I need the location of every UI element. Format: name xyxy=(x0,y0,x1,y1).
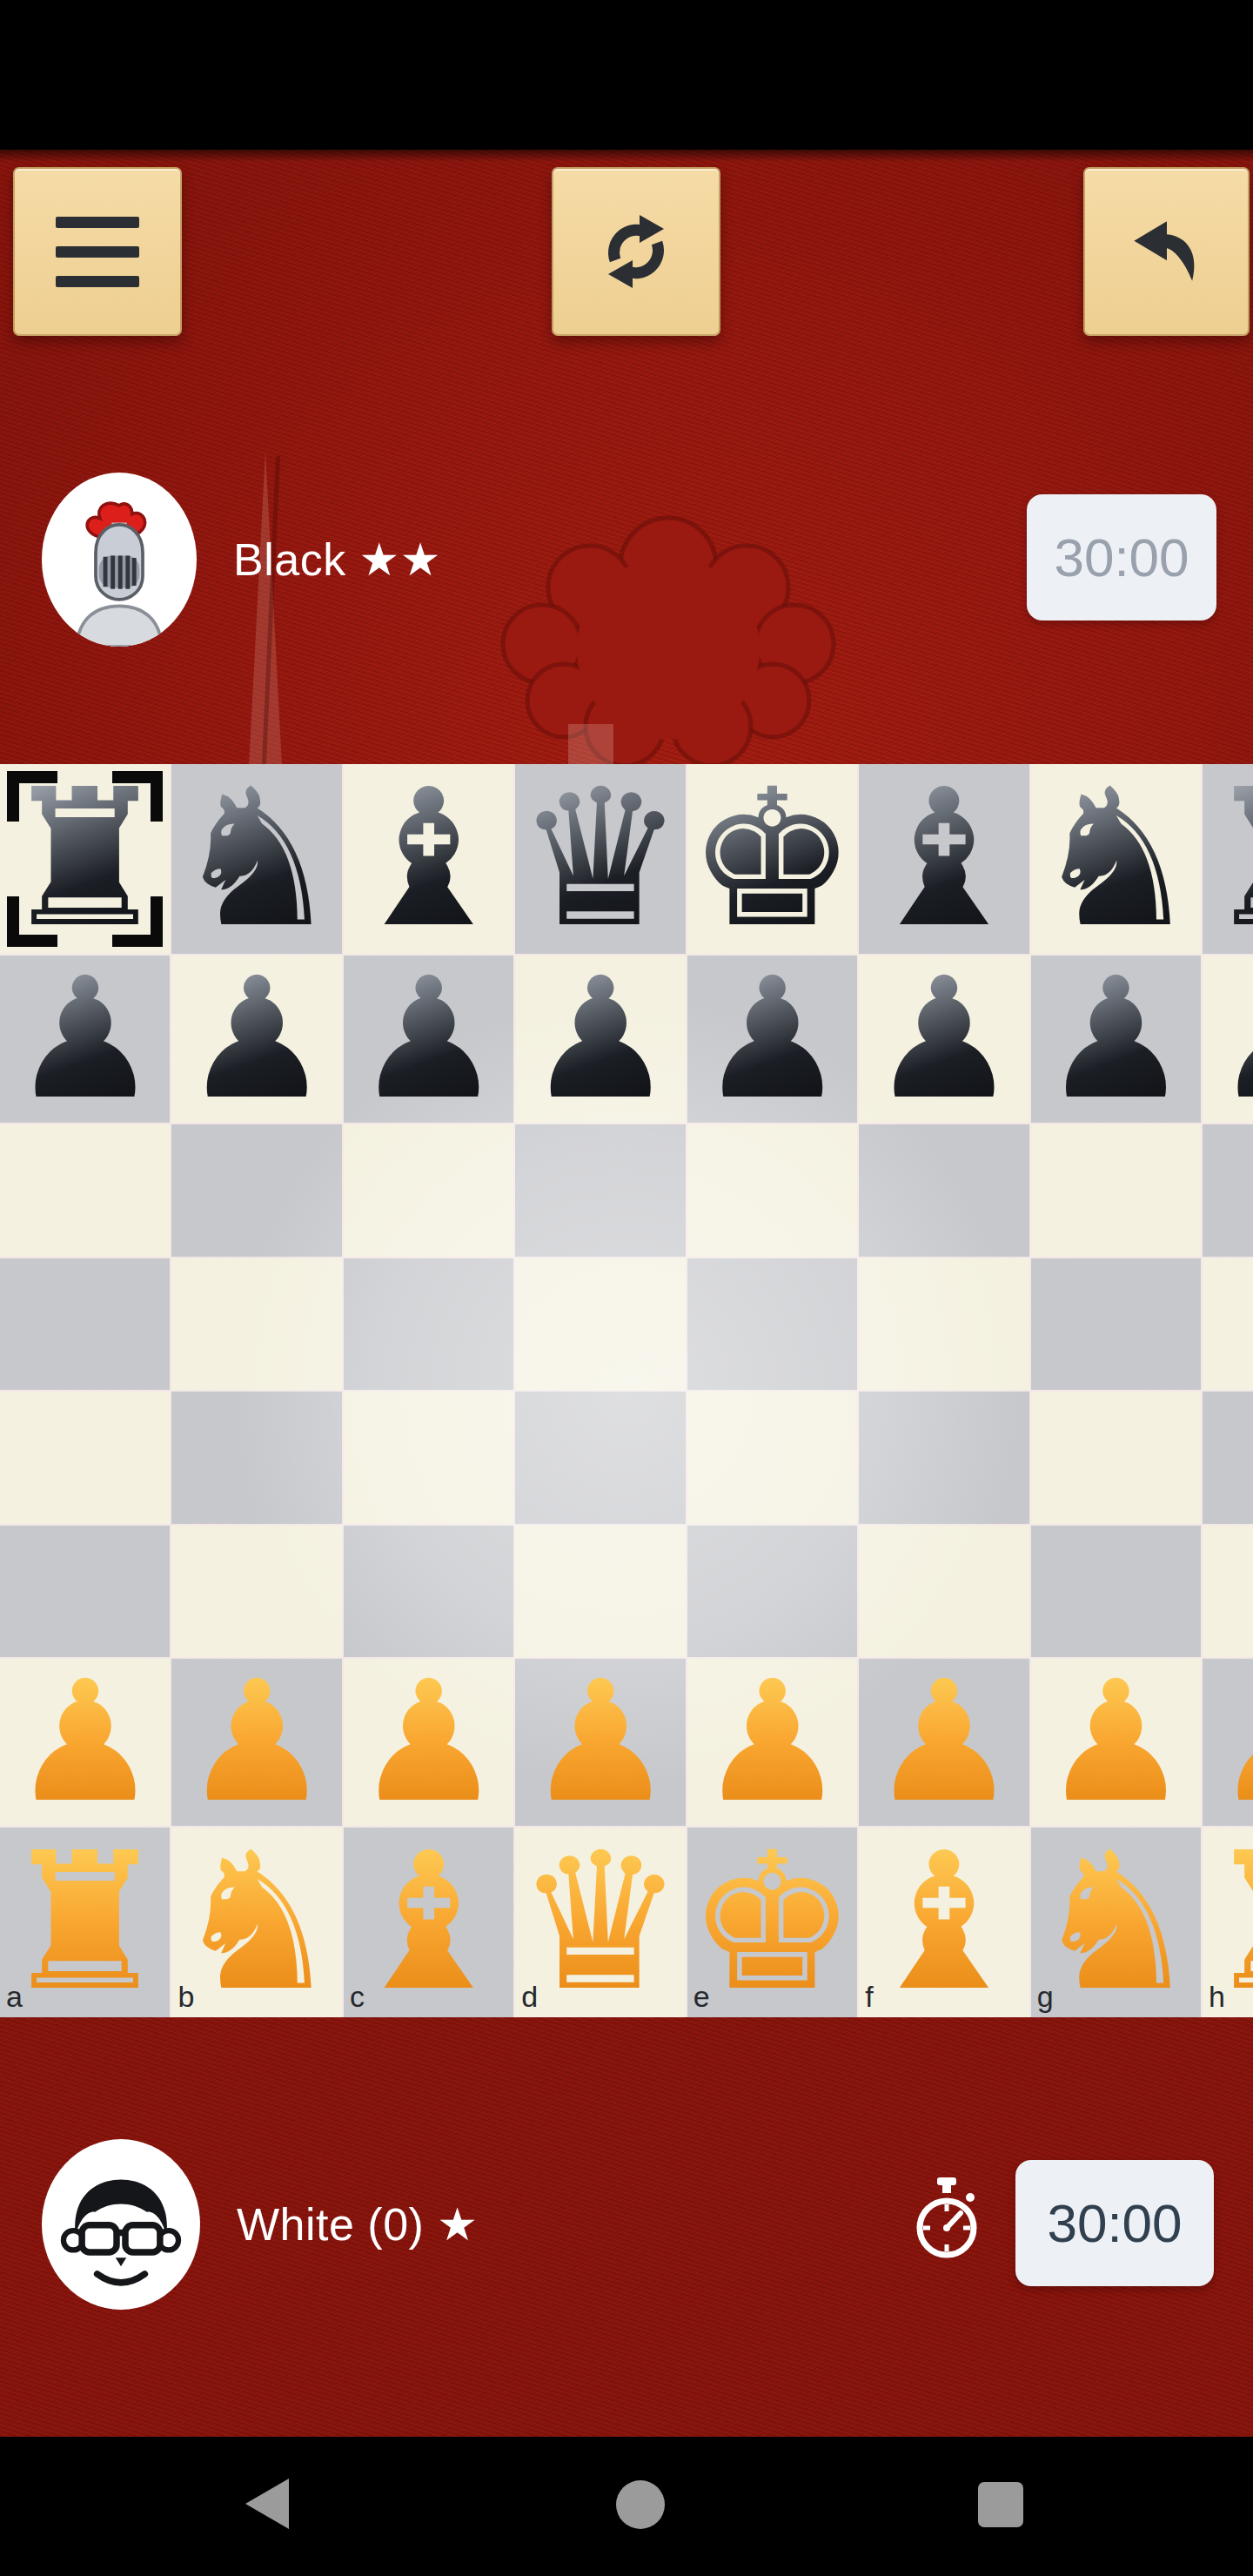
square-d3[interactable] xyxy=(515,1526,685,1658)
square-g6[interactable] xyxy=(1031,1124,1201,1257)
square-d4[interactable] xyxy=(515,1392,685,1524)
square-f5[interactable] xyxy=(859,1258,1029,1391)
chess-board: ♜♞♝♛♚♝♞♜8♟♟♟♟♟♟♟♟76543♟♟♟♟♟♟♟♟2♜a♞b♝c♛d♚… xyxy=(0,764,1253,2017)
square-e1[interactable]: ♚e xyxy=(687,1828,857,2017)
black-queen[interactable]: ♛ xyxy=(515,764,685,954)
file-label-b: b xyxy=(178,1980,194,2014)
file-label-f: f xyxy=(865,1980,873,2014)
square-c8[interactable]: ♝ xyxy=(344,764,513,954)
square-f6[interactable] xyxy=(859,1124,1029,1257)
nerd-face-avatar-icon xyxy=(53,2169,189,2310)
square-a3[interactable] xyxy=(0,1526,170,1658)
black-pawn[interactable]: ♟ xyxy=(526,956,675,1123)
chess-app-screen: Black ★★ 30:00 ♜♞♝♛♚♝♞♜8♟♟♟♟♟♟♟♟76543♟♟♟… xyxy=(0,150,1253,2437)
square-d7[interactable]: ♟ xyxy=(515,956,685,1123)
square-c2[interactable]: ♟ xyxy=(344,1659,513,1826)
stopwatch-icon xyxy=(912,2172,982,2270)
white-king[interactable]: ♚ xyxy=(687,1828,857,2017)
white-rook[interactable]: ♜ xyxy=(0,1828,170,2017)
white-player-label: White (0) ★ xyxy=(237,2198,478,2251)
flip-board-button[interactable] xyxy=(552,167,720,336)
android-nav-bar xyxy=(0,2437,1253,2576)
menu-button[interactable] xyxy=(13,167,182,336)
white-pawn[interactable]: ♟ xyxy=(1041,1659,1190,1826)
square-e8[interactable]: ♚ xyxy=(687,764,857,954)
sync-arrows-icon xyxy=(591,208,681,295)
status-bar xyxy=(0,0,1253,150)
square-b7[interactable]: ♟ xyxy=(171,956,341,1123)
black-rook[interactable]: ♜ xyxy=(1203,764,1253,954)
square-e4[interactable] xyxy=(687,1392,857,1524)
black-knight[interactable]: ♞ xyxy=(1031,764,1201,954)
square-a7[interactable]: ♟ xyxy=(0,956,170,1123)
file-label-h: h xyxy=(1209,1980,1225,2014)
square-f4[interactable] xyxy=(859,1392,1029,1524)
square-c4[interactable] xyxy=(344,1392,513,1524)
undo-arrow-icon xyxy=(1122,211,1211,292)
back-triangle-icon[interactable] xyxy=(245,2479,289,2529)
white-pawn[interactable]: ♟ xyxy=(1213,1659,1253,1826)
white-pawn[interactable]: ♟ xyxy=(10,1659,160,1826)
black-player-label: Black ★★ xyxy=(233,533,441,586)
black-knight[interactable]: ♞ xyxy=(171,764,341,954)
square-a2[interactable]: ♟ xyxy=(0,1659,170,1826)
square-f8[interactable]: ♝ xyxy=(859,764,1029,954)
black-pawn[interactable]: ♟ xyxy=(869,956,1019,1123)
square-g3[interactable] xyxy=(1031,1526,1201,1658)
black-bishop[interactable]: ♝ xyxy=(344,764,513,954)
square-b1[interactable]: ♞b xyxy=(171,1828,341,2017)
square-e2[interactable]: ♟ xyxy=(687,1659,857,1826)
square-b4[interactable] xyxy=(171,1392,341,1524)
black-pawn[interactable]: ♟ xyxy=(1041,956,1190,1123)
square-h7[interactable]: ♟7 xyxy=(1203,956,1253,1123)
black-bishop[interactable]: ♝ xyxy=(859,764,1029,954)
square-g5[interactable] xyxy=(1031,1258,1201,1391)
square-g7[interactable]: ♟ xyxy=(1031,956,1201,1123)
white-pawn[interactable]: ♟ xyxy=(182,1659,332,1826)
square-b8[interactable]: ♞ xyxy=(171,764,341,954)
recents-square-icon[interactable] xyxy=(978,2482,1023,2527)
white-knight[interactable]: ♞ xyxy=(1031,1828,1201,2017)
hamburger-menu-icon xyxy=(56,217,139,287)
square-b6[interactable] xyxy=(171,1124,341,1257)
square-h6[interactable]: 6 xyxy=(1203,1124,1253,1257)
selected-square-brackets xyxy=(7,771,163,947)
black-pawn[interactable]: ♟ xyxy=(1213,956,1253,1123)
square-c5[interactable] xyxy=(344,1258,513,1391)
black-clock-time: 30:00 xyxy=(1054,527,1189,588)
black-pawn[interactable]: ♟ xyxy=(697,956,847,1123)
white-bishop[interactable]: ♝ xyxy=(344,1828,513,2017)
square-e7[interactable]: ♟ xyxy=(687,956,857,1123)
square-c6[interactable] xyxy=(344,1124,513,1257)
white-clock-time: 30:00 xyxy=(1047,2192,1182,2254)
square-c3[interactable] xyxy=(344,1526,513,1658)
square-a8[interactable]: ♜ xyxy=(0,764,170,954)
white-knight[interactable]: ♞ xyxy=(171,1828,341,2017)
square-h1[interactable]: ♜1h xyxy=(1203,1828,1253,2017)
square-b2[interactable]: ♟ xyxy=(171,1659,341,1826)
home-circle-icon[interactable] xyxy=(616,2480,665,2529)
square-a4[interactable] xyxy=(0,1392,170,1524)
square-b3[interactable] xyxy=(171,1526,341,1658)
knight-helmet-avatar-icon xyxy=(54,497,184,647)
square-g1[interactable]: ♞g xyxy=(1031,1828,1201,2017)
file-label-d: d xyxy=(521,1980,538,2014)
square-e5[interactable] xyxy=(687,1258,857,1391)
white-pawn[interactable]: ♟ xyxy=(869,1659,1019,1826)
black-pawn[interactable]: ♟ xyxy=(10,956,160,1123)
square-a6[interactable] xyxy=(0,1124,170,1257)
square-f3[interactable] xyxy=(859,1526,1029,1658)
square-f2[interactable]: ♟ xyxy=(859,1659,1029,1826)
white-queen[interactable]: ♛ xyxy=(515,1828,685,2017)
square-c1[interactable]: ♝c xyxy=(344,1828,513,2017)
black-clock: 30:00 xyxy=(1027,494,1216,621)
undo-button[interactable] xyxy=(1083,167,1250,336)
white-pawn[interactable]: ♟ xyxy=(354,1659,504,1826)
square-h8[interactable]: ♜8 xyxy=(1203,764,1253,954)
white-clock: 30:00 xyxy=(1015,2160,1214,2286)
square-d2[interactable]: ♟ xyxy=(515,1659,685,1826)
square-h3[interactable]: 3 xyxy=(1203,1526,1253,1658)
square-h2[interactable]: ♟2 xyxy=(1203,1659,1253,1826)
file-label-e: e xyxy=(694,1980,710,2014)
file-label-g: g xyxy=(1037,1980,1054,2014)
square-d5[interactable] xyxy=(515,1258,685,1391)
square-f7[interactable]: ♟ xyxy=(859,956,1029,1123)
white-player-avatar xyxy=(42,2139,200,2310)
square-g4[interactable] xyxy=(1031,1392,1201,1524)
square-d1[interactable]: ♛d xyxy=(515,1828,685,2017)
square-a5[interactable] xyxy=(0,1258,170,1391)
black-pawn[interactable]: ♟ xyxy=(182,956,332,1123)
white-pawn[interactable]: ♟ xyxy=(526,1659,675,1826)
square-f1[interactable]: ♝f xyxy=(859,1828,1029,2017)
file-label-c: c xyxy=(350,1980,365,2014)
square-d8[interactable]: ♛ xyxy=(515,764,685,954)
square-h5[interactable]: 5 xyxy=(1203,1258,1253,1391)
square-e6[interactable] xyxy=(687,1124,857,1257)
file-label-a: a xyxy=(6,1980,23,2014)
black-pawn[interactable]: ♟ xyxy=(354,956,504,1123)
square-g8[interactable]: ♞ xyxy=(1031,764,1201,954)
black-player-avatar xyxy=(42,473,197,647)
black-king[interactable]: ♚ xyxy=(687,764,857,954)
square-d6[interactable] xyxy=(515,1124,685,1257)
square-e3[interactable] xyxy=(687,1526,857,1658)
square-h4[interactable]: 4 xyxy=(1203,1392,1253,1524)
square-a1[interactable]: ♜a xyxy=(0,1828,170,2017)
square-g2[interactable]: ♟ xyxy=(1031,1659,1201,1826)
white-pawn[interactable]: ♟ xyxy=(697,1659,847,1826)
square-b5[interactable] xyxy=(171,1258,341,1391)
white-bishop[interactable]: ♝ xyxy=(859,1828,1029,2017)
square-c7[interactable]: ♟ xyxy=(344,956,513,1123)
